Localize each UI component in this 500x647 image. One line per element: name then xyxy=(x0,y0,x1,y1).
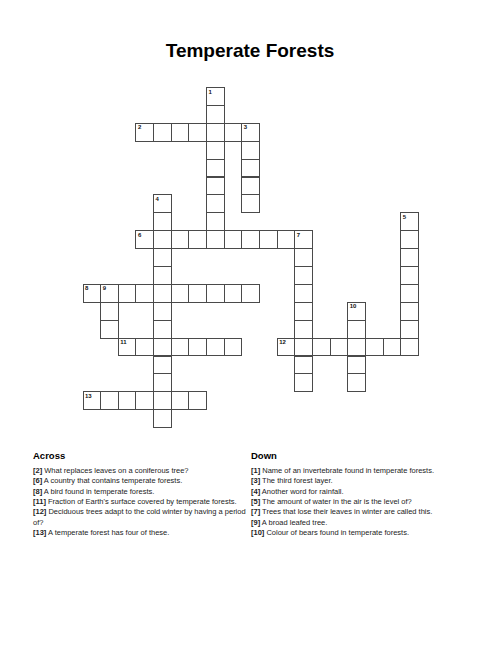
grid-cell-r8c5[interactable] xyxy=(171,230,190,249)
clue-number: [5] xyxy=(251,497,260,506)
grid-cell-r11c7[interactable] xyxy=(206,284,225,303)
grid-cell-r15c4[interactable] xyxy=(153,356,172,375)
grid-cell-r16c12[interactable] xyxy=(294,373,313,392)
grid-cell-r4c7[interactable] xyxy=(206,159,225,178)
across-header: Across xyxy=(33,450,251,461)
clue-number: [8] xyxy=(33,487,42,496)
grid-cell-r11c5[interactable] xyxy=(171,284,190,303)
grid-cell-r2c7[interactable] xyxy=(206,123,225,142)
puzzle-title: Temperate Forests xyxy=(0,40,500,62)
grid-cell-r14c13[interactable] xyxy=(312,338,331,357)
grid-cell-r13c15[interactable] xyxy=(347,320,366,339)
grid-cell-r7c18[interactable]: 5 xyxy=(400,212,419,231)
grid-cell-r8c11[interactable] xyxy=(277,230,296,249)
grid-cell-r2c3[interactable]: 2 xyxy=(135,123,154,142)
grid-cell-r8c3[interactable]: 6 xyxy=(135,230,154,249)
grid-cell-r17c0[interactable]: 13 xyxy=(83,391,102,410)
grid-cell-r14c5[interactable] xyxy=(171,338,190,357)
grid-cell-r13c18[interactable] xyxy=(400,320,419,339)
grid-cell-r7c4[interactable] xyxy=(153,212,172,231)
grid-cell-r11c4[interactable] xyxy=(153,284,172,303)
clue-down-10: [10] Colour of bears found in temperate … xyxy=(251,528,477,538)
clue-down-5: [5] The amount of water in the air is th… xyxy=(251,497,477,507)
clue-number: [11] xyxy=(33,497,46,506)
grid-cell-r11c18[interactable] xyxy=(400,284,419,303)
grid-cell-r14c16[interactable] xyxy=(365,338,384,357)
grid-cell-r17c2[interactable] xyxy=(118,391,137,410)
grid-cell-r2c5[interactable] xyxy=(171,123,190,142)
grid-cell-r1c7[interactable] xyxy=(206,105,225,124)
cell-number-3: 3 xyxy=(244,124,247,131)
grid-cell-r8c6[interactable] xyxy=(188,230,207,249)
grid-cell-r11c9[interactable] xyxy=(241,284,260,303)
cell-number-13: 13 xyxy=(85,393,92,400)
grid-cell-r14c6[interactable] xyxy=(188,338,207,357)
grid-cell-r7c7[interactable] xyxy=(206,212,225,231)
grid-cell-r11c6[interactable] xyxy=(188,284,207,303)
cell-number-5: 5 xyxy=(403,214,406,221)
grid-cell-r15c12[interactable] xyxy=(294,356,313,375)
crossword-page: Temperate Forests 12345678910111213 Acro… xyxy=(0,0,500,647)
clue-across-8: [8] A bird found in temperate forests. xyxy=(33,487,251,497)
grid-cell-r14c11[interactable]: 12 xyxy=(277,338,296,357)
grid-cell-r15c15[interactable] xyxy=(347,356,366,375)
clue-down-3: [3] The third forest layer. xyxy=(251,476,477,486)
crossword-grid: 12345678910111213 xyxy=(83,87,420,428)
grid-cell-r14c17[interactable] xyxy=(383,338,402,357)
grid-cell-r6c4[interactable]: 4 xyxy=(153,194,172,213)
grid-cell-r2c8[interactable] xyxy=(224,123,243,142)
across-clues-section: Across [2] What replaces leaves on a con… xyxy=(33,450,251,538)
grid-cell-r5c9[interactable] xyxy=(241,177,260,196)
grid-cell-r10c12[interactable] xyxy=(294,266,313,285)
grid-cell-r18c4[interactable] xyxy=(153,409,172,428)
grid-cell-r14c4[interactable] xyxy=(153,338,172,357)
clue-number: [3] xyxy=(251,476,260,485)
grid-cell-r13c12[interactable] xyxy=(294,320,313,339)
grid-cell-r14c8[interactable] xyxy=(224,338,243,357)
grid-cell-r11c1[interactable]: 9 xyxy=(100,284,119,303)
grid-cell-r9c18[interactable] xyxy=(400,248,419,267)
grid-cell-r12c18[interactable] xyxy=(400,302,419,321)
grid-cell-r3c7[interactable] xyxy=(206,141,225,160)
grid-cell-r14c15[interactable] xyxy=(347,338,366,357)
grid-cell-r13c4[interactable] xyxy=(153,320,172,339)
grid-cell-r14c12[interactable] xyxy=(294,338,313,357)
grid-cell-r5c7[interactable] xyxy=(206,177,225,196)
grid-cell-r16c15[interactable] xyxy=(347,373,366,392)
cell-number-4: 4 xyxy=(156,196,159,203)
clue-down-9: [9] A broad leafed tree. xyxy=(251,518,477,528)
clue-down-7: [7] Trees that lose their leaves in wint… xyxy=(251,507,477,517)
cell-number-1: 1 xyxy=(209,89,212,96)
grid-cell-r11c0[interactable]: 8 xyxy=(83,284,102,303)
grid-cell-r16c4[interactable] xyxy=(153,373,172,392)
clue-number: [13] xyxy=(33,528,46,537)
cell-number-9: 9 xyxy=(103,285,106,292)
cell-number-10: 10 xyxy=(350,303,357,310)
grid-cell-r8c18[interactable] xyxy=(400,230,419,249)
grid-cell-r17c4[interactable] xyxy=(153,391,172,410)
clue-down-1: [1] Name of an invertebrate found in tem… xyxy=(251,466,477,476)
grid-cell-r17c5[interactable] xyxy=(171,391,190,410)
grid-cell-r10c4[interactable] xyxy=(153,266,172,285)
clue-number: [10] xyxy=(251,528,264,537)
grid-cell-r4c9[interactable] xyxy=(241,159,260,178)
clue-across-2: [2] What replaces leaves on a coniferous… xyxy=(33,466,251,476)
clue-number: [6] xyxy=(33,476,42,485)
grid-cell-r14c18[interactable] xyxy=(400,338,419,357)
grid-cell-r8c12[interactable]: 7 xyxy=(294,230,313,249)
grid-cell-r11c8[interactable] xyxy=(224,284,243,303)
clue-number: [7] xyxy=(251,507,260,516)
grid-cell-r12c4[interactable] xyxy=(153,302,172,321)
grid-cell-r8c4[interactable] xyxy=(153,230,172,249)
across-clue-list: [2] What replaces leaves on a coniferous… xyxy=(33,466,251,538)
clue-across-11: [11] Fraction of Earth's surface covered… xyxy=(33,497,251,507)
clue-number: [1] xyxy=(251,466,260,475)
clue-number: [4] xyxy=(251,487,260,496)
grid-cell-r11c2[interactable] xyxy=(118,284,137,303)
grid-cell-r17c6[interactable] xyxy=(188,391,207,410)
cell-number-8: 8 xyxy=(85,285,88,292)
cell-number-11: 11 xyxy=(120,339,126,346)
grid-cell-r12c1[interactable] xyxy=(100,302,119,321)
grid-cell-r0c7[interactable]: 1 xyxy=(206,87,225,106)
cell-number-6: 6 xyxy=(138,232,141,239)
grid-cell-r8c9[interactable] xyxy=(241,230,260,249)
grid-cell-r9c12[interactable] xyxy=(294,248,313,267)
grid-cell-r8c7[interactable] xyxy=(206,230,225,249)
clue-number: [9] xyxy=(251,518,260,527)
grid-cell-r17c1[interactable] xyxy=(100,391,119,410)
grid-cell-r8c10[interactable] xyxy=(259,230,278,249)
grid-cell-r10c18[interactable] xyxy=(400,266,419,285)
grid-cell-r3c9[interactable] xyxy=(241,141,260,160)
cell-number-12: 12 xyxy=(279,339,286,346)
grid-cell-r17c3[interactable] xyxy=(135,391,154,410)
clue-down-4: [4] Another word for rainfall. xyxy=(251,487,477,497)
grid-cell-r11c12[interactable] xyxy=(294,284,313,303)
grid-cell-r2c4[interactable] xyxy=(153,123,172,142)
clue-number: [2] xyxy=(33,466,42,475)
grid-cell-r14c3[interactable] xyxy=(135,338,154,357)
grid-cell-r8c8[interactable] xyxy=(224,230,243,249)
grid-cell-r9c4[interactable] xyxy=(153,248,172,267)
grid-cell-r12c15[interactable]: 10 xyxy=(347,302,366,321)
grid-cell-r2c6[interactable] xyxy=(188,123,207,142)
clue-number: [12] xyxy=(33,507,46,516)
grid-cell-r13c1[interactable] xyxy=(100,320,119,339)
clue-across-6: [6] A country that contains temperate fo… xyxy=(33,476,251,486)
cell-number-7: 7 xyxy=(297,232,300,239)
down-clue-list: [1] Name of an invertebrate found in tem… xyxy=(251,466,477,538)
down-header: Down xyxy=(251,450,477,461)
grid-cell-r14c7[interactable] xyxy=(206,338,225,357)
grid-cell-r14c2[interactable]: 11 xyxy=(118,338,137,357)
grid-cell-r11c3[interactable] xyxy=(135,284,154,303)
cell-number-2: 2 xyxy=(138,124,141,131)
grid-cell-r2c9[interactable]: 3 xyxy=(241,123,260,142)
clue-across-12: [12] Deciduous trees adapt to the cold w… xyxy=(33,507,251,528)
grid-cell-r6c9[interactable] xyxy=(241,194,260,213)
grid-cell-r6c7[interactable] xyxy=(206,194,225,213)
down-clues-section: Down [1] Name of an invertebrate found i… xyxy=(251,450,477,538)
grid-cell-r12c12[interactable] xyxy=(294,302,313,321)
clue-across-13: [13] A temperate forest has four of thes… xyxy=(33,528,251,538)
grid-cell-r14c14[interactable] xyxy=(330,338,349,357)
